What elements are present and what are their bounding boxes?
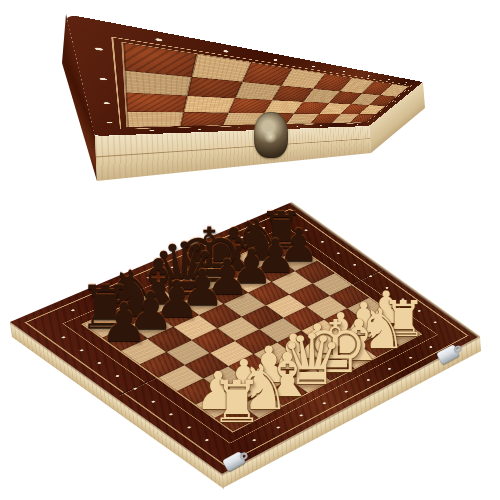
nail-dot — [198, 129, 202, 130]
nail-dot — [262, 227, 266, 229]
box-lid-top — [66, 14, 423, 136]
nail-dot — [336, 252, 340, 254]
nail-dot — [170, 266, 174, 268]
nail-dot — [96, 298, 101, 301]
nail-dot — [320, 241, 324, 243]
chess-set-product-photo: ♜♞♝♛♚♝♞♜♟♟♟♟♟♟♟♟♟♟♟♟♟♟♟♟♜♞♝♛♚♝♞♜ — [0, 0, 500, 500]
nail-dot — [95, 47, 103, 51]
nail-dot — [217, 246, 221, 248]
nail-dot — [339, 125, 341, 126]
nail-dot — [187, 426, 192, 429]
box-clasp — [254, 112, 288, 158]
nail-dot — [194, 256, 198, 258]
box-square — [187, 77, 242, 99]
nail-dot — [146, 277, 150, 279]
nail-dot — [401, 298, 405, 300]
nail-dot — [150, 130, 155, 131]
nail-dot — [133, 387, 138, 390]
box-lid-seam — [96, 138, 370, 157]
nail-dot — [205, 439, 210, 442]
box-square — [127, 111, 184, 127]
nail-dot — [273, 59, 278, 61]
nail-dot — [369, 275, 373, 277]
nail-dot — [433, 321, 437, 323]
nail-dot — [169, 413, 174, 416]
nail-dot — [408, 357, 412, 359]
box-square — [126, 93, 187, 112]
nail-dot — [155, 38, 162, 42]
nail-dot — [385, 287, 389, 289]
nail-dot — [100, 78, 107, 81]
nail-dot — [405, 82, 407, 83]
nail-dot — [115, 375, 120, 378]
nail-dot — [299, 414, 303, 417]
open-chess-board — [10, 202, 480, 474]
nail-dot — [322, 402, 326, 405]
nail-dot — [388, 79, 391, 80]
nail-dot — [429, 346, 433, 348]
nail-dot — [342, 71, 345, 73]
nail-dot — [366, 379, 370, 381]
nail-dot — [237, 127, 241, 128]
nail-dot — [352, 264, 356, 266]
nail-dot — [240, 236, 244, 238]
box-square — [183, 96, 234, 113]
nail-dot — [103, 102, 110, 104]
nail-dot — [383, 111, 385, 112]
nail-dot — [319, 125, 322, 126]
nail-dot — [151, 400, 156, 403]
nail-dot — [387, 368, 391, 370]
nail-dot — [223, 50, 229, 53]
nail-dot — [107, 122, 113, 123]
nail-dot — [97, 362, 102, 365]
box-square — [180, 112, 228, 126]
nail-dot — [304, 229, 308, 231]
nail-dot — [296, 126, 299, 127]
nail-dot — [372, 120, 374, 121]
nail-dot — [312, 65, 316, 67]
nail-dot — [394, 101, 396, 102]
nail-dot — [407, 90, 409, 91]
nail-dot — [367, 75, 370, 77]
nail-dot — [357, 124, 359, 125]
nail-dot — [417, 310, 421, 312]
nail-dot — [276, 426, 280, 429]
nail-dot — [252, 439, 256, 442]
nail-dot — [79, 349, 84, 352]
clasp-shine — [264, 130, 278, 144]
nail-dot — [121, 287, 125, 289]
nail-dot — [61, 336, 66, 339]
nail-dot — [71, 309, 76, 312]
nail-dot — [344, 390, 348, 393]
